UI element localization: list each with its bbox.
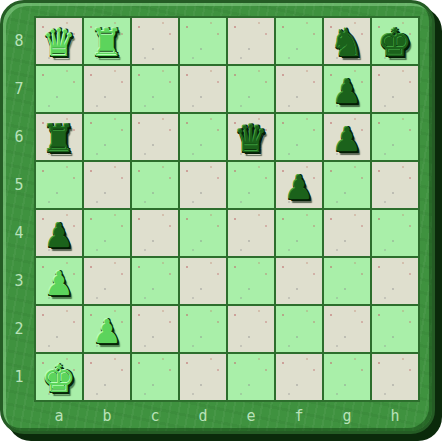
file-label-g: g: [324, 404, 370, 430]
file-label-c: c: [132, 404, 178, 430]
square-e2[interactable]: [228, 306, 274, 352]
square-c2[interactable]: [132, 306, 178, 352]
board-frame: ♛♜♞♚♟♜♛♟♟♟♟♟♚ 87654321 abcdefgh: [0, 0, 435, 434]
square-h4[interactable]: [372, 210, 418, 256]
square-a2[interactable]: [36, 306, 82, 352]
square-e1[interactable]: [228, 354, 274, 400]
square-c7[interactable]: [132, 66, 178, 112]
square-d8[interactable]: [180, 18, 226, 64]
piece-black-pawn-a4[interactable]: ♟: [44, 219, 74, 252]
square-c1[interactable]: [132, 354, 178, 400]
square-a3[interactable]: ♟: [36, 258, 82, 304]
square-f8[interactable]: [276, 18, 322, 64]
square-c3[interactable]: [132, 258, 178, 304]
square-h2[interactable]: [372, 306, 418, 352]
square-e4[interactable]: [228, 210, 274, 256]
piece-white-queen-a8[interactable]: ♛: [42, 24, 76, 62]
square-g7[interactable]: ♟: [324, 66, 370, 112]
square-f5[interactable]: ♟: [276, 162, 322, 208]
file-label-f: f: [276, 404, 322, 430]
square-g4[interactable]: [324, 210, 370, 256]
square-b3[interactable]: [84, 258, 130, 304]
piece-black-king-h8[interactable]: ♚: [378, 24, 412, 62]
square-a1[interactable]: ♚: [36, 354, 82, 400]
square-d5[interactable]: [180, 162, 226, 208]
rank-labels: 87654321: [6, 18, 32, 400]
square-f3[interactable]: [276, 258, 322, 304]
square-g3[interactable]: [324, 258, 370, 304]
square-d2[interactable]: [180, 306, 226, 352]
square-e5[interactable]: [228, 162, 274, 208]
square-c8[interactable]: [132, 18, 178, 64]
square-c6[interactable]: [132, 114, 178, 160]
square-h5[interactable]: [372, 162, 418, 208]
rank-label-8: 8: [6, 18, 32, 64]
square-h8[interactable]: ♚: [372, 18, 418, 64]
square-d6[interactable]: [180, 114, 226, 160]
square-d1[interactable]: [180, 354, 226, 400]
piece-black-pawn-g6[interactable]: ♟: [332, 123, 362, 156]
square-d7[interactable]: [180, 66, 226, 112]
square-g6[interactable]: ♟: [324, 114, 370, 160]
square-a6[interactable]: ♜: [36, 114, 82, 160]
square-b6[interactable]: [84, 114, 130, 160]
square-a4[interactable]: ♟: [36, 210, 82, 256]
square-h7[interactable]: [372, 66, 418, 112]
rank-label-3: 3: [6, 258, 32, 304]
file-label-h: h: [372, 404, 418, 430]
square-e3[interactable]: [228, 258, 274, 304]
rank-label-6: 6: [6, 114, 32, 160]
square-b4[interactable]: [84, 210, 130, 256]
square-f6[interactable]: [276, 114, 322, 160]
file-label-d: d: [180, 404, 226, 430]
rank-label-1: 1: [6, 354, 32, 400]
square-b8[interactable]: ♜: [84, 18, 130, 64]
file-labels: abcdefgh: [36, 404, 418, 430]
piece-white-rook-b8[interactable]: ♜: [90, 24, 124, 62]
piece-white-king-a1[interactable]: ♚: [42, 360, 76, 398]
rank-label-7: 7: [6, 66, 32, 112]
piece-black-rook-a6[interactable]: ♜: [42, 120, 76, 158]
rank-label-2: 2: [6, 306, 32, 352]
piece-black-pawn-f5[interactable]: ♟: [284, 171, 314, 204]
square-e8[interactable]: [228, 18, 274, 64]
square-a5[interactable]: [36, 162, 82, 208]
piece-black-queen-e6[interactable]: ♛: [234, 120, 268, 158]
square-h1[interactable]: [372, 354, 418, 400]
square-a7[interactable]: [36, 66, 82, 112]
square-c5[interactable]: [132, 162, 178, 208]
square-f1[interactable]: [276, 354, 322, 400]
file-label-b: b: [84, 404, 130, 430]
square-b5[interactable]: [84, 162, 130, 208]
square-g1[interactable]: [324, 354, 370, 400]
square-f4[interactable]: [276, 210, 322, 256]
square-d4[interactable]: [180, 210, 226, 256]
square-f7[interactable]: [276, 66, 322, 112]
square-g2[interactable]: [324, 306, 370, 352]
square-c4[interactable]: [132, 210, 178, 256]
square-d3[interactable]: [180, 258, 226, 304]
piece-black-pawn-g7[interactable]: ♟: [332, 75, 362, 108]
square-e6[interactable]: ♛: [228, 114, 274, 160]
piece-white-pawn-b2[interactable]: ♟: [92, 315, 122, 348]
file-label-e: e: [228, 404, 274, 430]
square-a8[interactable]: ♛: [36, 18, 82, 64]
square-b1[interactable]: [84, 354, 130, 400]
square-b2[interactable]: ♟: [84, 306, 130, 352]
piece-white-pawn-a3[interactable]: ♟: [44, 267, 74, 300]
square-f2[interactable]: [276, 306, 322, 352]
square-h3[interactable]: [372, 258, 418, 304]
rank-label-4: 4: [6, 210, 32, 256]
piece-black-knight-g8[interactable]: ♞: [330, 24, 364, 62]
square-h6[interactable]: [372, 114, 418, 160]
square-e7[interactable]: [228, 66, 274, 112]
square-b7[interactable]: [84, 66, 130, 112]
square-g5[interactable]: [324, 162, 370, 208]
file-label-a: a: [36, 404, 82, 430]
rank-label-5: 5: [6, 162, 32, 208]
square-g8[interactable]: ♞: [324, 18, 370, 64]
chess-board: ♛♜♞♚♟♜♛♟♟♟♟♟♚: [34, 16, 420, 402]
